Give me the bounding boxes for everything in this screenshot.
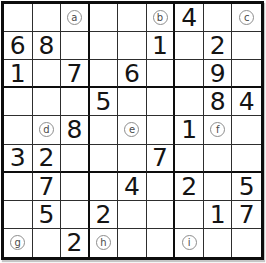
cell-r9c4[interactable]: h — [90, 229, 119, 257]
given-digit: 1 — [152, 33, 168, 58]
cell-r9c5[interactable] — [118, 229, 147, 257]
cell-r5c9[interactable] — [232, 116, 261, 144]
cell-r7c6[interactable] — [147, 173, 176, 201]
cell-r4c9[interactable]: 4 — [232, 88, 261, 116]
cell-r9c9[interactable] — [232, 229, 261, 257]
circled-label-c: c — [239, 10, 254, 25]
given-digit: 1 — [181, 117, 197, 142]
cell-r4c4[interactable]: 5 — [90, 88, 119, 116]
cell-r8c7[interactable] — [175, 201, 204, 229]
given-digit: 1 — [210, 202, 226, 227]
cell-r2c6[interactable]: 1 — [147, 32, 176, 60]
circled-label-i: i — [182, 235, 197, 250]
cell-r9c1[interactable]: g — [4, 229, 33, 257]
cell-r8c6[interactable] — [147, 201, 176, 229]
given-digit: 2 — [95, 202, 111, 227]
cell-r1c1[interactable] — [4, 4, 33, 32]
cell-r8c9[interactable]: 7 — [232, 201, 261, 229]
cell-r7c1[interactable] — [4, 173, 33, 201]
cell-r6c2[interactable]: 2 — [33, 145, 62, 173]
cell-r9c7[interactable]: i — [175, 229, 204, 257]
cell-r9c2[interactable] — [33, 229, 62, 257]
given-digit: 5 — [95, 89, 111, 114]
cell-r5c5[interactable]: e — [118, 116, 147, 144]
cell-r4c8[interactable]: 8 — [204, 88, 233, 116]
cell-r1c7[interactable]: 4 — [175, 4, 204, 32]
given-digit: 2 — [38, 145, 54, 170]
cell-r4c7[interactable] — [175, 88, 204, 116]
circled-label-b: b — [153, 10, 168, 25]
given-digit: 8 — [66, 117, 82, 142]
cell-r3c6[interactable] — [147, 60, 176, 88]
given-digit: 2 — [66, 230, 82, 255]
given-digit: 4 — [124, 174, 140, 199]
cell-r6c1[interactable]: 3 — [4, 145, 33, 173]
cell-r2c7[interactable] — [175, 32, 204, 60]
cell-r7c9[interactable]: 5 — [232, 173, 261, 201]
cell-r6c8[interactable] — [204, 145, 233, 173]
cell-r1c5[interactable] — [118, 4, 147, 32]
cell-r1c3[interactable]: a — [61, 4, 90, 32]
circled-label-d: d — [39, 122, 54, 137]
cell-r2c1[interactable]: 6 — [4, 32, 33, 60]
given-digit: 6 — [10, 33, 26, 58]
given-digit: 7 — [38, 174, 54, 199]
cell-r5c6[interactable] — [147, 116, 176, 144]
cell-r5c8[interactable]: f — [204, 116, 233, 144]
cell-r8c8[interactable]: 1 — [204, 201, 233, 229]
cell-r8c4[interactable]: 2 — [90, 201, 119, 229]
cell-r6c4[interactable] — [90, 145, 119, 173]
cell-r9c6[interactable] — [147, 229, 176, 257]
cell-r3c2[interactable] — [33, 60, 62, 88]
cell-r8c2[interactable]: 5 — [33, 201, 62, 229]
cell-r2c4[interactable] — [90, 32, 119, 60]
cell-r1c4[interactable] — [90, 4, 119, 32]
cell-r4c1[interactable] — [4, 88, 33, 116]
given-digit: 7 — [239, 202, 255, 227]
circled-label-a: a — [67, 10, 82, 25]
cell-r1c9[interactable]: c — [232, 4, 261, 32]
given-digit: 6 — [124, 61, 140, 86]
cell-r1c2[interactable] — [33, 4, 62, 32]
cell-r5c4[interactable] — [90, 116, 119, 144]
given-digit: 1 — [10, 61, 26, 86]
cell-r7c3[interactable] — [61, 173, 90, 201]
cell-r2c8[interactable]: 2 — [204, 32, 233, 60]
cell-r3c4[interactable] — [90, 60, 119, 88]
cell-r8c3[interactable] — [61, 201, 90, 229]
cell-r4c5[interactable] — [118, 88, 147, 116]
cell-r7c8[interactable] — [204, 173, 233, 201]
cell-r5c7[interactable]: 1 — [175, 116, 204, 144]
cell-r5c3[interactable]: 8 — [61, 116, 90, 144]
cell-r5c2[interactable]: d — [33, 116, 62, 144]
given-digit: 4 — [239, 89, 255, 114]
cell-r8c1[interactable] — [4, 201, 33, 229]
cell-r7c7[interactable]: 2 — [175, 173, 204, 201]
cell-r4c3[interactable] — [61, 88, 90, 116]
given-digit: 7 — [152, 145, 168, 170]
given-digit: 9 — [210, 61, 226, 86]
given-digit: 8 — [38, 33, 54, 58]
cell-r3c3[interactable]: 7 — [61, 60, 90, 88]
cell-r2c9[interactable] — [232, 32, 261, 60]
cell-r6c7[interactable] — [175, 145, 204, 173]
cell-r5c1[interactable] — [4, 116, 33, 144]
given-digit: 2 — [210, 33, 226, 58]
cell-r9c8[interactable] — [204, 229, 233, 257]
cell-r2c3[interactable] — [61, 32, 90, 60]
cell-r1c6[interactable]: b — [147, 4, 176, 32]
cell-r9c3[interactable]: 2 — [61, 229, 90, 257]
given-digit: 8 — [210, 89, 226, 114]
cell-r4c2[interactable] — [33, 88, 62, 116]
cell-r6c6[interactable]: 7 — [147, 145, 176, 173]
cell-r3c7[interactable] — [175, 60, 204, 88]
circled-label-h: h — [96, 235, 111, 250]
given-digit: 4 — [181, 5, 197, 30]
cell-r6c5[interactable] — [118, 145, 147, 173]
sudoku-board: ab4c68121769584d8e1f32774255217g2hi — [1, 1, 264, 260]
cell-r3c8[interactable]: 9 — [204, 60, 233, 88]
given-digit: 5 — [239, 174, 255, 199]
cell-r7c5[interactable]: 4 — [118, 173, 147, 201]
circled-label-g: g — [10, 235, 25, 250]
cell-r1c8[interactable] — [204, 4, 233, 32]
given-digit: 5 — [38, 202, 54, 227]
given-digit: 2 — [181, 174, 197, 199]
cell-r6c9[interactable] — [232, 145, 261, 173]
circled-label-e: e — [124, 122, 139, 137]
cell-r3c9[interactable] — [232, 60, 261, 88]
cell-r2c5[interactable] — [118, 32, 147, 60]
cell-r6c3[interactable] — [61, 145, 90, 173]
cell-r2c2[interactable]: 8 — [33, 32, 62, 60]
cell-r7c2[interactable]: 7 — [33, 173, 62, 201]
cell-r3c5[interactable]: 6 — [118, 60, 147, 88]
cell-r3c1[interactable]: 1 — [4, 60, 33, 88]
cell-r7c4[interactable] — [90, 173, 119, 201]
given-digit: 7 — [66, 61, 82, 86]
given-digit: 3 — [10, 145, 26, 170]
cell-r8c5[interactable] — [118, 201, 147, 229]
circled-label-f: f — [210, 122, 225, 137]
cell-r4c6[interactable] — [147, 88, 176, 116]
